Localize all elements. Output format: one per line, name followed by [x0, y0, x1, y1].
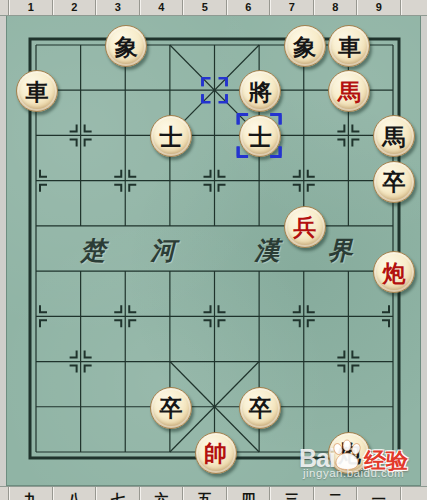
ruler-label: 八: [52, 487, 97, 500]
ruler-label: 一: [356, 487, 401, 500]
ruler-end-stub: [400, 0, 413, 15]
ruler-label: 5: [182, 0, 227, 15]
ruler-label: 九: [8, 487, 53, 500]
piece-black-elephant[interactable]: 象: [105, 25, 147, 67]
piece-black-soldier[interactable]: 卒: [373, 161, 415, 203]
piece-black-soldier[interactable]: 卒: [150, 387, 192, 429]
top-coordinate-ruler: 123456789: [0, 0, 427, 16]
xiangqi-app-window: 123456789 楚河漢界象象車車將馬士士馬卒兵炮卒卒帥炮 九八七六五四三二一…: [0, 0, 427, 500]
ruler-label: 1: [8, 0, 53, 15]
ruler-label: 3: [95, 0, 140, 15]
ruler-label: 9: [356, 0, 401, 15]
piece-black-soldier[interactable]: 卒: [239, 387, 281, 429]
ruler-label: 8: [313, 0, 358, 15]
ruler-label: 七: [95, 487, 140, 500]
piece-red-general[interactable]: 帥: [195, 432, 237, 474]
piece-black-elephant[interactable]: 象: [284, 25, 326, 67]
ruler-label: 4: [139, 0, 184, 15]
piece-black-chariot[interactable]: 車: [16, 70, 58, 112]
ruler-label: 四: [226, 487, 271, 500]
piece-red-soldier[interactable]: 兵: [284, 206, 326, 248]
ruler-label: 二: [313, 487, 358, 500]
ruler-label: 2: [52, 0, 97, 15]
ruler-label: 六: [139, 487, 184, 500]
ruler-label: 三: [269, 487, 314, 500]
piece-black-advisor[interactable]: 士: [150, 115, 192, 157]
ruler-label: 7: [269, 0, 314, 15]
ruler-label: 6: [226, 0, 271, 15]
ruler-label: 五: [182, 487, 227, 500]
bottom-coordinate-ruler: 九八七六五四三二一: [0, 486, 427, 500]
ruler-end-stub: [400, 487, 413, 500]
xiangqi-board[interactable]: 楚河漢界象象車車將馬士士馬卒兵炮卒卒帥炮: [6, 15, 421, 486]
piece-red-cannon[interactable]: 炮: [373, 251, 415, 293]
